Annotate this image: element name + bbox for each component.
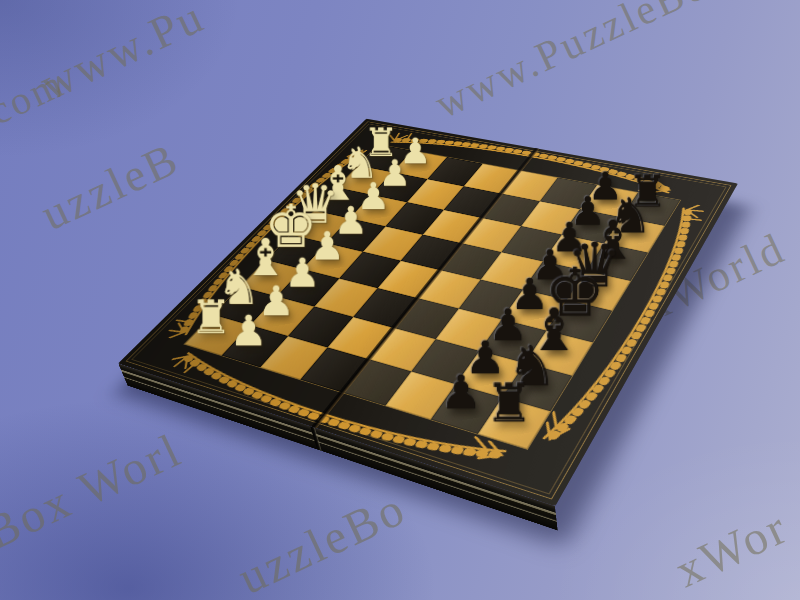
white-pawn-glyph: ♟ [230, 310, 268, 352]
watermark-text: xWor [667, 499, 797, 599]
watermark-text: Box Worl [0, 421, 190, 560]
watermark-text: www.Pu [33, 0, 214, 112]
watermark-text: www.PuzzleBo [428, 0, 716, 128]
white-rook-glyph: ♜ [190, 294, 232, 341]
black-rook-glyph: ♜ [485, 376, 533, 430]
watermark-text: uzzleB [34, 132, 188, 242]
watermark-text: uzzleBo [230, 480, 415, 600]
black-pawn-glyph: ♟ [440, 369, 482, 416]
photo-canvas: { "game": "chess", "position": { "fen": … [0, 0, 800, 600]
